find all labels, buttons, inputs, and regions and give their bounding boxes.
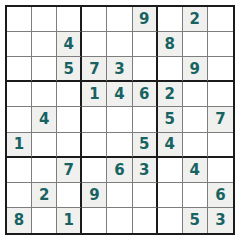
cell-r4c7[interactable]: 2 [158, 82, 183, 107]
cell-r7c3[interactable]: 7 [57, 158, 82, 183]
cell-r5c1[interactable] [7, 107, 32, 132]
page: 92485739146245715476342968153 [0, 0, 240, 240]
cell-r5c7[interactable]: 5 [158, 107, 183, 132]
cell-r1c4[interactable] [82, 7, 107, 32]
cell-r6c7[interactable]: 4 [158, 133, 183, 158]
cell-r5c2[interactable]: 4 [32, 107, 57, 132]
cell-r9c9[interactable]: 3 [208, 208, 233, 233]
cell-r4c8[interactable] [183, 82, 208, 107]
cell-r3c6[interactable] [133, 57, 158, 82]
cell-r8c2[interactable]: 2 [32, 183, 57, 208]
cell-r5c3[interactable] [57, 107, 82, 132]
cell-r6c2[interactable] [32, 133, 57, 158]
cell-r2c4[interactable] [82, 32, 107, 57]
cell-r8c9[interactable]: 6 [208, 183, 233, 208]
cell-r6c3[interactable] [57, 133, 82, 158]
cell-r8c6[interactable] [133, 183, 158, 208]
cell-r1c7[interactable] [158, 7, 183, 32]
cell-r3c2[interactable] [32, 57, 57, 82]
cell-r7c5[interactable]: 6 [107, 158, 132, 183]
cell-r2c7[interactable]: 8 [158, 32, 183, 57]
cell-r4c2[interactable] [32, 82, 57, 107]
cell-r1c3[interactable] [57, 7, 82, 32]
cell-r9c3[interactable]: 1 [57, 208, 82, 233]
cell-r2c9[interactable] [208, 32, 233, 57]
cell-r7c4[interactable] [82, 158, 107, 183]
cell-r8c5[interactable] [107, 183, 132, 208]
cell-r9c1[interactable]: 8 [7, 208, 32, 233]
cell-r1c5[interactable] [107, 7, 132, 32]
cell-r3c1[interactable] [7, 57, 32, 82]
cell-r8c3[interactable] [57, 183, 82, 208]
cell-r9c2[interactable] [32, 208, 57, 233]
cell-r7c6[interactable]: 3 [133, 158, 158, 183]
cell-r3c7[interactable] [158, 57, 183, 82]
cell-r2c5[interactable] [107, 32, 132, 57]
cell-r6c5[interactable] [107, 133, 132, 158]
cell-r9c6[interactable] [133, 208, 158, 233]
cell-r6c1[interactable]: 1 [7, 133, 32, 158]
cell-r1c9[interactable] [208, 7, 233, 32]
cell-r8c7[interactable] [158, 183, 183, 208]
cell-r2c8[interactable] [183, 32, 208, 57]
cell-r5c6[interactable] [133, 107, 158, 132]
cell-r4c3[interactable] [57, 82, 82, 107]
cell-r2c2[interactable] [32, 32, 57, 57]
cell-r5c4[interactable] [82, 107, 107, 132]
cell-r7c8[interactable]: 4 [183, 158, 208, 183]
cell-r3c9[interactable] [208, 57, 233, 82]
cell-r3c4[interactable]: 7 [82, 57, 107, 82]
cell-r8c8[interactable] [183, 183, 208, 208]
cell-r9c7[interactable] [158, 208, 183, 233]
cell-r9c5[interactable] [107, 208, 132, 233]
cell-r8c1[interactable] [7, 183, 32, 208]
cell-r1c1[interactable] [7, 7, 32, 32]
cell-r8c4[interactable]: 9 [82, 183, 107, 208]
cell-r2c1[interactable] [7, 32, 32, 57]
cell-r3c3[interactable]: 5 [57, 57, 82, 82]
cell-r6c4[interactable] [82, 133, 107, 158]
cell-r1c6[interactable]: 9 [133, 7, 158, 32]
cell-r6c9[interactable] [208, 133, 233, 158]
cell-r4c4[interactable]: 1 [82, 82, 107, 107]
cell-r7c1[interactable] [7, 158, 32, 183]
cell-r5c9[interactable]: 7 [208, 107, 233, 132]
cell-r7c7[interactable] [158, 158, 183, 183]
cell-r9c4[interactable] [82, 208, 107, 233]
cell-r4c1[interactable] [7, 82, 32, 107]
cell-r2c3[interactable]: 4 [57, 32, 82, 57]
cell-r4c5[interactable]: 4 [107, 82, 132, 107]
cell-r5c5[interactable] [107, 107, 132, 132]
cell-r5c8[interactable] [183, 107, 208, 132]
sudoku-board: 92485739146245715476342968153 [5, 5, 235, 235]
cell-r6c8[interactable] [183, 133, 208, 158]
cell-r1c2[interactable] [32, 7, 57, 32]
cell-r2c6[interactable] [133, 32, 158, 57]
cell-r1c8[interactable]: 2 [183, 7, 208, 32]
cell-r6c6[interactable]: 5 [133, 133, 158, 158]
cell-r3c8[interactable]: 9 [183, 57, 208, 82]
cell-r7c2[interactable] [32, 158, 57, 183]
cell-r3c5[interactable]: 3 [107, 57, 132, 82]
cell-r4c6[interactable]: 6 [133, 82, 158, 107]
cell-r9c8[interactable]: 5 [183, 208, 208, 233]
cell-r7c9[interactable] [208, 158, 233, 183]
cell-r4c9[interactable] [208, 82, 233, 107]
